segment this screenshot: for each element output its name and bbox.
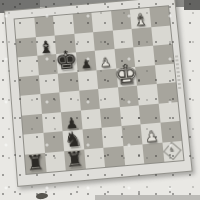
square-b4 [40, 92, 61, 113]
square-a5 [19, 75, 40, 96]
square-c1: ♜ [64, 149, 85, 170]
square-h3 [158, 102, 179, 123]
square-a1: ♜ [25, 152, 46, 173]
square-d1 [84, 147, 105, 168]
piece-black-bishop: ♝ [38, 38, 55, 55]
square-e7 [93, 30, 114, 51]
square-a2 [23, 133, 44, 154]
square-h8 [149, 6, 170, 26]
square-c2: ♞ [63, 129, 84, 150]
square-h2 [160, 121, 181, 142]
piece-black-rook: ♜ [65, 149, 85, 170]
square-d4 [79, 89, 100, 110]
square-e4 [98, 87, 119, 108]
square-e8 [91, 11, 112, 32]
square-a4 [20, 94, 41, 115]
board-grid: ♝♝♚♟♟♚♟♞♟♜♜♞ [14, 5, 185, 175]
square-d5 [77, 70, 98, 91]
square-b3 [41, 112, 62, 133]
piece-black-rook: ♜ [26, 153, 46, 174]
square-f7 [112, 28, 133, 49]
square-b8 [34, 16, 55, 37]
square-d2 [82, 128, 103, 149]
square-h7 [151, 25, 172, 46]
maker-emblem-knight-icon: ♞ [163, 142, 181, 161]
square-d3 [80, 108, 101, 129]
square-f8 [111, 10, 132, 31]
piece-white-pawn: ♟ [144, 128, 159, 143]
square-h6 [153, 44, 174, 65]
photo-artifact-bottom-band [95, 195, 200, 200]
square-d8 [72, 13, 93, 34]
square-c6: ♚ [56, 52, 77, 73]
photo-edge-top-right [184, 0, 200, 10]
square-b6 [37, 54, 58, 75]
square-g8: ♝ [130, 8, 151, 29]
square-c5 [58, 71, 79, 92]
square-b1 [45, 151, 66, 172]
square-b2 [43, 131, 64, 152]
square-c8 [53, 15, 74, 36]
square-f6 [114, 47, 135, 68]
board-frame: ♝♝♚♟♟♚♟♞♟♜♜♞ [4, 0, 193, 187]
square-g4 [137, 84, 158, 105]
square-g3 [139, 103, 160, 124]
chess-board: ♝♝♚♟♟♚♟♞♟♜♜♞ [4, 0, 193, 187]
square-b7: ♝ [35, 35, 56, 56]
square-e2 [102, 126, 123, 147]
square-a8 [15, 18, 36, 39]
square-e3 [100, 107, 121, 128]
square-d7 [74, 32, 95, 53]
square-h4 [156, 82, 177, 103]
square-c4 [59, 91, 80, 112]
square-a6 [18, 56, 39, 77]
square-h1: ♞ [162, 140, 183, 161]
square-d6: ♟ [75, 51, 96, 72]
photo-artifact-blob [36, 192, 49, 200]
square-g1 [142, 142, 163, 163]
square-f1 [123, 144, 144, 165]
square-f2 [121, 124, 142, 145]
square-g7 [132, 27, 153, 48]
square-g2: ♟ [141, 123, 162, 144]
square-c7 [55, 33, 76, 54]
square-b5 [38, 73, 59, 94]
piece-black-knight: ♞ [63, 130, 83, 151]
piece-white-bishop: ♝ [132, 12, 148, 28]
square-e6: ♟ [95, 49, 116, 70]
square-e1 [103, 146, 124, 167]
square-f4 [118, 86, 139, 107]
square-e5 [96, 68, 117, 89]
square-c3: ♟ [61, 110, 82, 131]
piece-black-pawn: ♟ [65, 116, 79, 130]
square-f5: ♚ [116, 66, 137, 87]
square-f3 [119, 105, 140, 126]
square-a7 [16, 37, 37, 58]
square-a3 [22, 113, 43, 134]
square-g6 [133, 46, 154, 67]
square-g5 [135, 65, 156, 86]
square-h5 [154, 63, 175, 84]
